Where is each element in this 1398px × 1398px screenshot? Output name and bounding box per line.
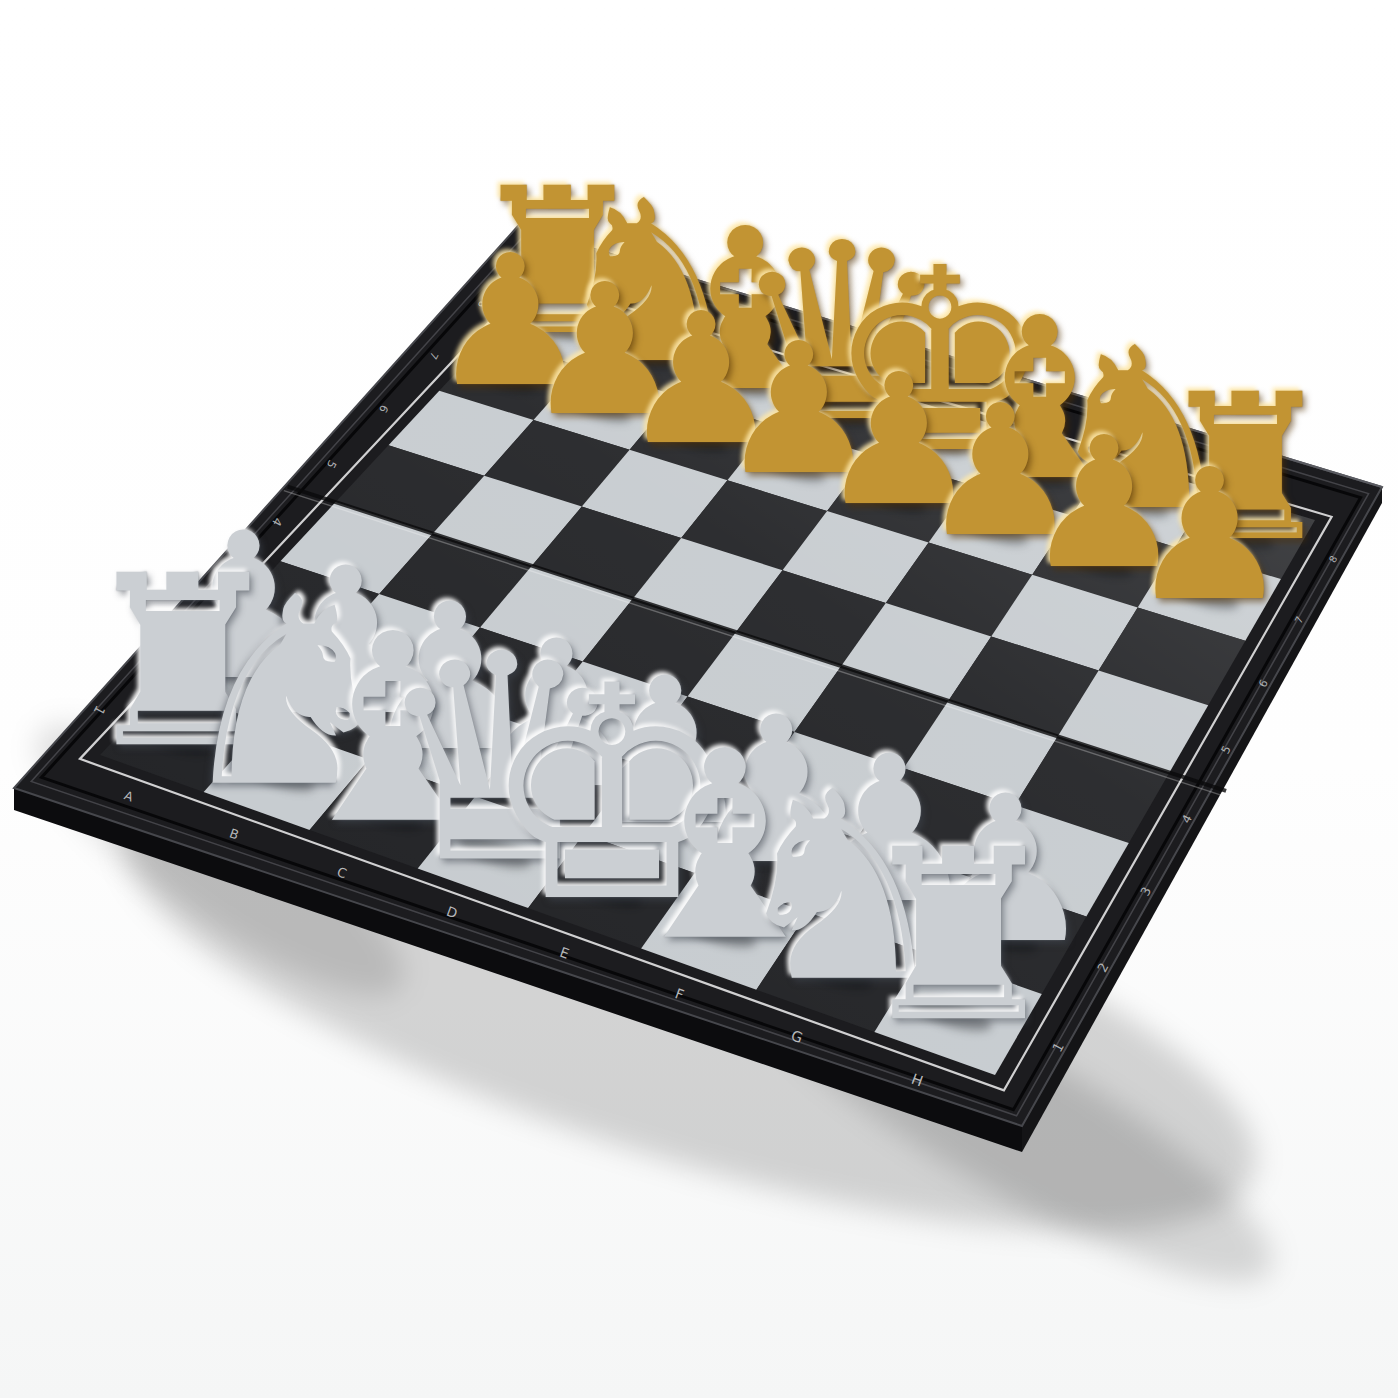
- chessboard: ABCDEFGH1122334455667788: [0, 0, 1398, 1398]
- chess-set-photo: ABCDEFGH1122334455667788 ♜♞♝♛♚♝♞♜♟♟♟♟♟♟♟…: [0, 0, 1398, 1398]
